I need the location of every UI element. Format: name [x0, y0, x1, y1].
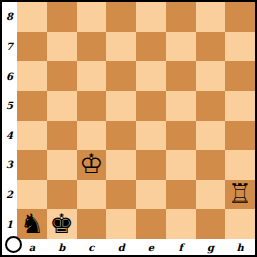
- square-h5[interactable]: [225, 91, 255, 121]
- square-c8[interactable]: [77, 2, 107, 32]
- square-c1[interactable]: [77, 209, 107, 239]
- file-label-f: f: [166, 239, 196, 255]
- square-a5[interactable]: [17, 91, 47, 121]
- square-e7[interactable]: [136, 32, 166, 62]
- square-h7[interactable]: [225, 32, 255, 62]
- square-g1[interactable]: [196, 209, 226, 239]
- square-a1[interactable]: ♞: [17, 209, 47, 239]
- square-b6[interactable]: [47, 61, 77, 91]
- square-h4[interactable]: [225, 121, 255, 151]
- square-c6[interactable]: [77, 61, 107, 91]
- square-b8[interactable]: [47, 2, 77, 32]
- rank-label-2: 2: [2, 180, 17, 210]
- square-f5[interactable]: [166, 91, 196, 121]
- square-f6[interactable]: [166, 61, 196, 91]
- square-f1[interactable]: [166, 209, 196, 239]
- square-d2[interactable]: [106, 180, 136, 210]
- square-g4[interactable]: [196, 121, 226, 151]
- file-label-e: e: [136, 239, 166, 255]
- file-label-d: d: [106, 239, 136, 255]
- square-f7[interactable]: [166, 32, 196, 62]
- chess-diagram: 876543♔2♖1♞♚abcdefgh: [0, 0, 257, 257]
- square-c4[interactable]: [77, 121, 107, 151]
- square-b1[interactable]: ♚: [47, 209, 77, 239]
- square-a8[interactable]: [17, 2, 47, 32]
- square-b3[interactable]: [47, 150, 77, 180]
- square-d4[interactable]: [106, 121, 136, 151]
- square-d1[interactable]: [106, 209, 136, 239]
- square-e4[interactable]: [136, 121, 166, 151]
- square-a2[interactable]: [17, 180, 47, 210]
- square-d3[interactable]: [106, 150, 136, 180]
- square-f3[interactable]: [166, 150, 196, 180]
- square-b2[interactable]: [47, 180, 77, 210]
- square-h6[interactable]: [225, 61, 255, 91]
- square-a7[interactable]: [17, 32, 47, 62]
- square-c5[interactable]: [77, 91, 107, 121]
- file-label-c: c: [77, 239, 107, 255]
- square-h2[interactable]: ♖: [225, 180, 255, 210]
- square-f8[interactable]: [166, 2, 196, 32]
- piece-black-knight-a1[interactable]: ♞: [20, 210, 44, 237]
- square-b7[interactable]: [47, 32, 77, 62]
- square-d8[interactable]: [106, 2, 136, 32]
- square-d5[interactable]: [106, 91, 136, 121]
- file-label-b: b: [47, 239, 77, 255]
- file-label-g: g: [196, 239, 226, 255]
- square-f2[interactable]: [166, 180, 196, 210]
- rank-label-7: 7: [2, 32, 17, 62]
- square-f4[interactable]: [166, 121, 196, 151]
- piece-white-rook-h2[interactable]: ♖: [228, 180, 252, 207]
- square-e5[interactable]: [136, 91, 166, 121]
- square-b5[interactable]: [47, 91, 77, 121]
- rank-label-3: 3: [2, 150, 17, 180]
- white-to-move-circle-icon: [5, 236, 22, 253]
- square-h1[interactable]: [225, 209, 255, 239]
- square-d6[interactable]: [106, 61, 136, 91]
- square-c3[interactable]: ♔: [77, 150, 107, 180]
- square-e8[interactable]: [136, 2, 166, 32]
- rank-label-8: 8: [2, 2, 17, 32]
- piece-white-king-c3[interactable]: ♔: [79, 150, 103, 177]
- square-e3[interactable]: [136, 150, 166, 180]
- chess-board: 876543♔2♖1♞♚abcdefgh: [2, 2, 255, 255]
- square-e2[interactable]: [136, 180, 166, 210]
- rank-label-6: 6: [2, 61, 17, 91]
- rank-label-5: 5: [2, 91, 17, 121]
- square-e1[interactable]: [136, 209, 166, 239]
- rank-label-4: 4: [2, 121, 17, 151]
- square-a4[interactable]: [17, 121, 47, 151]
- square-b4[interactable]: [47, 121, 77, 151]
- square-g7[interactable]: [196, 32, 226, 62]
- piece-black-king-b1[interactable]: ♚: [50, 210, 74, 237]
- square-g6[interactable]: [196, 61, 226, 91]
- square-g5[interactable]: [196, 91, 226, 121]
- square-c7[interactable]: [77, 32, 107, 62]
- square-e6[interactable]: [136, 61, 166, 91]
- square-c2[interactable]: [77, 180, 107, 210]
- square-g8[interactable]: [196, 2, 226, 32]
- square-a3[interactable]: [17, 150, 47, 180]
- file-label-h: h: [225, 239, 255, 255]
- square-g3[interactable]: [196, 150, 226, 180]
- square-h8[interactable]: [225, 2, 255, 32]
- square-h3[interactable]: [225, 150, 255, 180]
- rank-label-1: 1: [2, 209, 17, 239]
- square-d7[interactable]: [106, 32, 136, 62]
- square-g2[interactable]: [196, 180, 226, 210]
- square-a6[interactable]: [17, 61, 47, 91]
